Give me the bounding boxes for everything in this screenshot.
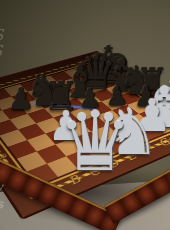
edge-text-fragment-1: S	[0, 28, 3, 43]
chess-3d-scene: ABCDEFGH 12345678 ♚♛♝♞♜♝♟♟♟♞♟♟♜♚♝♟♟♞♛ SS…	[0, 0, 170, 230]
piece-black-pawn[interactable]: ♟	[8, 84, 35, 114]
piece-white-queen[interactable]: ♛	[58, 101, 132, 183]
edge-text-fragment-2: S	[0, 44, 2, 59]
